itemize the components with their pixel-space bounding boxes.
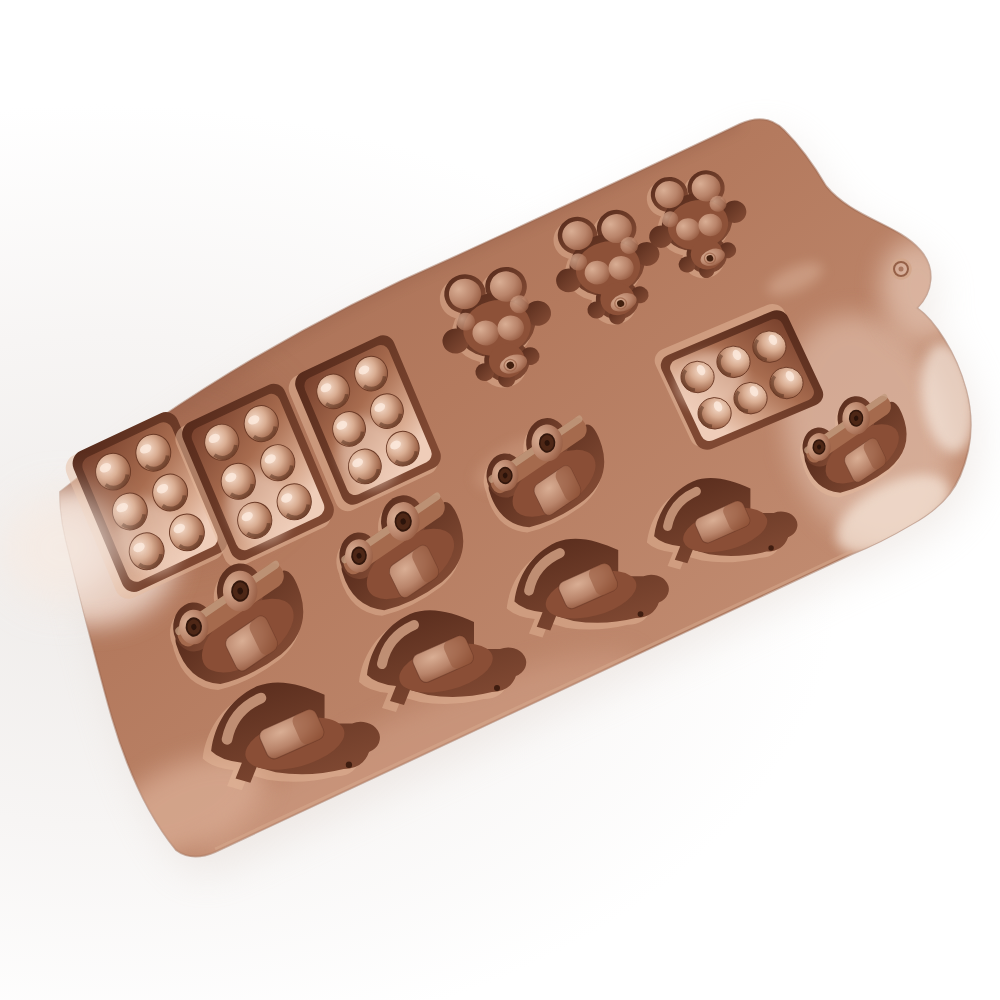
mold-photo	[0, 0, 1000, 1000]
glare-bloom	[2, 493, 122, 603]
photo-canvas	[0, 0, 1000, 1000]
hanging-hole	[892, 260, 911, 279]
